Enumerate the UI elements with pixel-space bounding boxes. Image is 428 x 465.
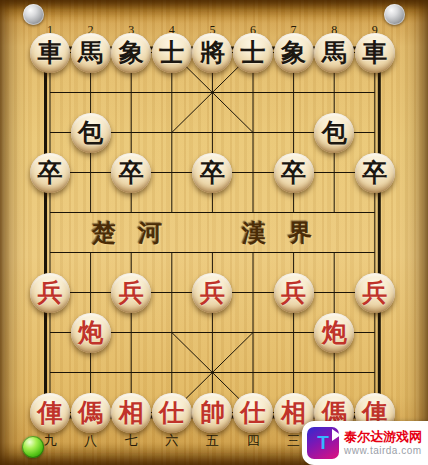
piece-black-士[interactable]: 士 (233, 33, 273, 73)
piece-black-卒[interactable]: 卒 (111, 153, 151, 193)
piece-red-仕[interactable]: 仕 (152, 393, 192, 433)
piece-black-象[interactable]: 象 (274, 33, 314, 73)
logo-letter: T (317, 427, 329, 459)
piece-red-炮[interactable]: 炮 (314, 313, 354, 353)
piece-red-兵[interactable]: 兵 (274, 273, 314, 313)
tairda-logo-icon: T (307, 427, 339, 459)
play-triangle-icon (332, 429, 339, 441)
watermark-url: www.tairda.com (344, 445, 422, 456)
piece-red-兵[interactable]: 兵 (192, 273, 232, 313)
piece-black-車[interactable]: 車 (355, 33, 395, 73)
pieces-layer: 車馬象士將士象馬車包包卒卒卒卒卒兵兵兵兵兵炮炮俥傌相仕帥仕相傌俥 (0, 0, 428, 465)
piece-red-帥[interactable]: 帥 (192, 393, 232, 433)
piece-red-相[interactable]: 相 (111, 393, 151, 433)
piece-black-卒[interactable]: 卒 (192, 153, 232, 193)
piece-red-兵[interactable]: 兵 (111, 273, 151, 313)
piece-red-兵[interactable]: 兵 (355, 273, 395, 313)
piece-red-傌[interactable]: 傌 (71, 393, 111, 433)
corner-screw-icon (384, 4, 405, 25)
piece-black-包[interactable]: 包 (314, 113, 354, 153)
green-indicator-light (22, 436, 44, 458)
piece-red-炮[interactable]: 炮 (71, 313, 111, 353)
watermark-site-name: 泰尔达游戏网 (344, 430, 422, 444)
corner-screw-icon (23, 4, 44, 25)
piece-black-卒[interactable]: 卒 (355, 153, 395, 193)
piece-black-馬[interactable]: 馬 (314, 33, 354, 73)
piece-black-車[interactable]: 車 (30, 33, 70, 73)
piece-black-士[interactable]: 士 (152, 33, 192, 73)
piece-red-兵[interactable]: 兵 (30, 273, 70, 313)
watermark-text: 泰尔达游戏网 www.tairda.com (344, 430, 422, 455)
xiangqi-game-screen: 楚河 漢界 123456789 九八七六五四三二一 車馬象士將士象馬車包包卒卒卒… (0, 0, 428, 465)
piece-red-俥[interactable]: 俥 (30, 393, 70, 433)
watermark-banner[interactable]: T 泰尔达游戏网 www.tairda.com (302, 421, 428, 465)
piece-black-包[interactable]: 包 (71, 113, 111, 153)
piece-black-將[interactable]: 將 (192, 33, 232, 73)
piece-black-象[interactable]: 象 (111, 33, 151, 73)
piece-black-馬[interactable]: 馬 (71, 33, 111, 73)
piece-black-卒[interactable]: 卒 (30, 153, 70, 193)
piece-red-仕[interactable]: 仕 (233, 393, 273, 433)
piece-black-卒[interactable]: 卒 (274, 153, 314, 193)
